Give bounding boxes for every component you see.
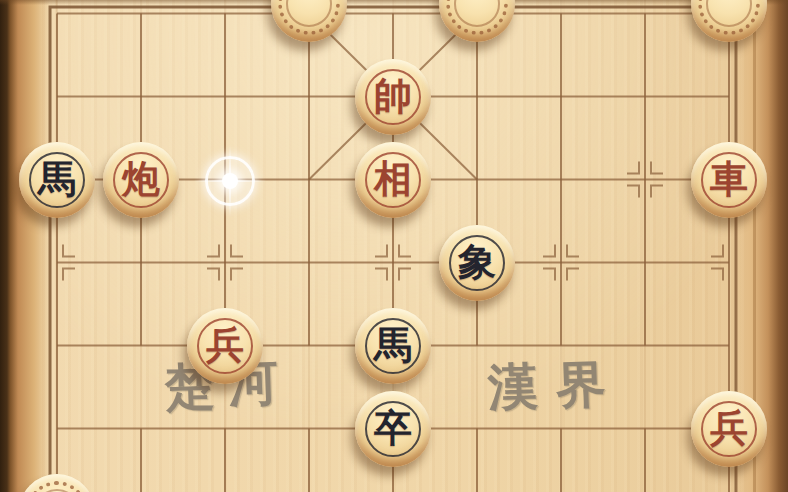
piece-red-elephant[interactable]: 相: [355, 142, 431, 218]
piece-black-elephant[interactable]: 象: [439, 225, 515, 301]
piece-red-general[interactable]: 帥: [355, 59, 431, 135]
piece-character: 兵: [691, 391, 767, 467]
piece-black-soldier[interactable]: 卒: [355, 391, 431, 467]
piece-red-chariot[interactable]: 車: [691, 142, 767, 218]
piece-character: 相: [355, 142, 431, 218]
piece-character: 炮: [103, 142, 179, 218]
piece-character: 象: [439, 225, 515, 301]
piece-edge-clipped[interactable]: [439, 0, 515, 42]
piece-character: 車: [691, 142, 767, 218]
piece-character: 帥: [355, 59, 431, 135]
piece-edge-clipped[interactable]: [271, 0, 347, 42]
piece-layer: 帥馬炮相車象兵馬卒兵: [15, 0, 771, 492]
piece-character: 馬: [355, 308, 431, 384]
piece-character: 馬: [19, 142, 95, 218]
piece-black-horse[interactable]: 馬: [19, 142, 95, 218]
sparkle-core: [222, 173, 238, 189]
click-effect-sparkle: [205, 156, 255, 206]
piece-character: 卒: [355, 391, 431, 467]
piece-edge-clipped[interactable]: [691, 0, 767, 42]
xiangqi-board[interactable]: 楚 河 漢 界 帥馬炮相車象兵馬卒兵: [0, 0, 788, 492]
piece-black-horse[interactable]: 馬: [355, 308, 431, 384]
piece-red-cannon[interactable]: 炮: [103, 142, 179, 218]
piece-character: 兵: [187, 308, 263, 384]
piece-red-soldier[interactable]: 兵: [691, 391, 767, 467]
piece-edge-clipped[interactable]: [19, 474, 95, 492]
piece-red-soldier[interactable]: 兵: [187, 308, 263, 384]
